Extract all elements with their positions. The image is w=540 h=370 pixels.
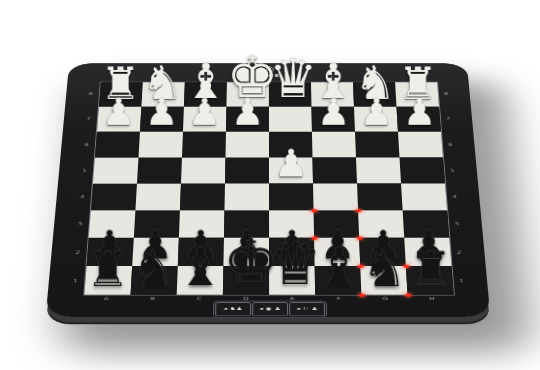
- coordinate-label: 8: [86, 92, 95, 96]
- coordinate-label: B: [129, 296, 176, 302]
- square-b4[interactable]: [135, 184, 181, 211]
- square-h4[interactable]: [401, 184, 447, 211]
- control-key-left[interactable]: ◂ ♞♟: [215, 302, 251, 316]
- black-rook-a1[interactable]: ♜: [84, 245, 130, 293]
- square-b1[interactable]: ♞: [131, 266, 178, 295]
- square-d1[interactable]: ♚: [223, 266, 269, 295]
- square-c7[interactable]: ♟: [183, 107, 226, 132]
- coordinate-label: 3: [75, 222, 85, 227]
- control-panel: ◂ ♞♟ ◂ ◉ ♟ ◂ ⚐ ♟: [213, 301, 327, 318]
- square-g5[interactable]: [356, 157, 401, 183]
- coordinate-label: 6: [446, 142, 455, 147]
- square-e5[interactable]: ♟: [269, 157, 313, 183]
- eone-chessboard-device: eONE ABCDEFGH 87654321 87654321 ♜♞♝♚♛♝♞♜…: [46, 63, 491, 317]
- square-h5[interactable]: [399, 157, 445, 183]
- white-pawn-a7[interactable]: ♟: [97, 94, 140, 131]
- square-d4[interactable]: [224, 184, 269, 211]
- square-f7[interactable]: ♟: [311, 107, 355, 132]
- square-h6[interactable]: [398, 132, 443, 158]
- coordinate-label: 2: [454, 250, 464, 255]
- white-pawn-b7[interactable]: ♟: [140, 94, 183, 131]
- coordinate-label: H: [408, 296, 455, 302]
- white-pawn-c7[interactable]: ♟: [183, 94, 226, 131]
- coordinate-label: 1: [457, 278, 467, 283]
- square-f6[interactable]: [312, 132, 356, 158]
- white-pawn-d7[interactable]: ♟: [226, 94, 269, 131]
- coordinate-label: 7: [444, 117, 453, 122]
- black-knight-b1[interactable]: ♞: [131, 243, 177, 293]
- square-e1[interactable]: ♛: [269, 266, 315, 295]
- white-pawn-e5[interactable]: ♟: [269, 144, 313, 182]
- move-led-f3: [311, 209, 316, 212]
- square-f5[interactable]: [312, 157, 357, 183]
- square-h7[interactable]: ♟: [397, 107, 441, 132]
- square-a1[interactable]: ♜: [84, 266, 132, 295]
- coordinate-label: 5: [448, 168, 457, 173]
- square-g7[interactable]: ♟: [354, 107, 398, 132]
- square-d5[interactable]: [225, 157, 269, 183]
- black-rook-h1[interactable]: ♜: [407, 245, 453, 293]
- black-knight-g1[interactable]: ♞: [361, 243, 407, 293]
- square-b7[interactable]: ♟: [140, 107, 184, 132]
- black-bishop-c1[interactable]: ♝: [177, 241, 223, 293]
- square-e7[interactable]: [269, 107, 312, 132]
- coordinate-label: G: [362, 296, 409, 302]
- move-led-f3: [355, 209, 360, 212]
- square-d7[interactable]: ♟: [226, 107, 269, 132]
- black-queen-e1[interactable]: ♛: [269, 235, 315, 294]
- board-scene: eONE ABCDEFGH 87654321 87654321 ♜♞♝♚♛♝♞♜…: [46, 63, 491, 317]
- coordinate-label: 4: [78, 195, 87, 200]
- white-pawn-f7[interactable]: ♟: [312, 94, 355, 131]
- coordinate-label: 6: [82, 142, 91, 147]
- white-pawn-h7[interactable]: ♟: [398, 94, 441, 131]
- coordinate-label: 5: [80, 168, 89, 173]
- square-f1[interactable]: ♝: [315, 266, 362, 295]
- control-key-middle[interactable]: ◂ ◉ ♟: [252, 302, 288, 316]
- white-pawn-g7[interactable]: ♟: [355, 94, 398, 131]
- coordinate-label: 2: [73, 250, 83, 255]
- black-bishop-f1[interactable]: ♝: [315, 241, 361, 293]
- coordinate-label: A: [83, 296, 130, 302]
- product-photo-stage: eONE ABCDEFGH 87654321 87654321 ♜♞♝♚♛♝♞♜…: [0, 0, 540, 370]
- square-a7[interactable]: ♟: [97, 107, 141, 132]
- square-f4[interactable]: [313, 184, 358, 211]
- square-c5[interactable]: [181, 157, 226, 183]
- square-h1[interactable]: ♜: [406, 266, 454, 295]
- square-a6[interactable]: [95, 132, 140, 158]
- square-e8[interactable]: ♛: [269, 82, 312, 106]
- coordinate-label: 8: [442, 92, 451, 96]
- square-a5[interactable]: [93, 157, 139, 183]
- square-b6[interactable]: [138, 132, 182, 158]
- square-g6[interactable]: [355, 132, 400, 158]
- coordinate-label: 4: [450, 195, 459, 200]
- square-c6[interactable]: [182, 132, 226, 158]
- coordinate-label: 3: [452, 222, 462, 227]
- square-e4[interactable]: [269, 184, 314, 211]
- square-g4[interactable]: [357, 184, 403, 211]
- square-g1[interactable]: ♞: [360, 266, 407, 295]
- coordinate-label: 7: [84, 117, 93, 122]
- black-king-d1[interactable]: ♚: [223, 231, 269, 294]
- coordinate-label: 1: [71, 278, 81, 283]
- board-surface: ♜♞♝♚♛♝♞♜♟♟♟♟♟♟♟♟♟♟♟♟♟♟♟♟♜♞♝♚♛♝♞♜: [83, 82, 455, 296]
- square-a4[interactable]: [91, 184, 137, 211]
- square-c1[interactable]: ♝: [177, 266, 224, 295]
- square-d6[interactable]: [225, 132, 269, 158]
- square-b5[interactable]: [137, 157, 182, 183]
- control-key-right[interactable]: ◂ ⚐ ♟: [289, 302, 325, 316]
- white-queen-e8[interactable]: ♛: [269, 52, 311, 106]
- square-c4[interactable]: [180, 184, 225, 211]
